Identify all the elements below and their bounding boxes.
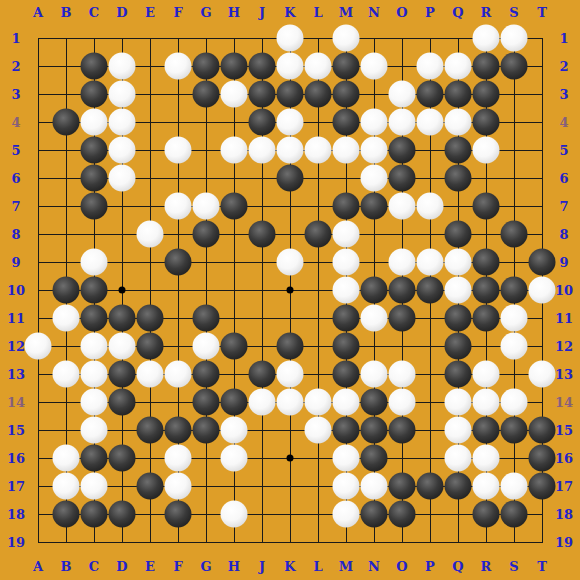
col-label-bottom-R: R bbox=[481, 560, 492, 573]
stone-black-C7[interactable] bbox=[81, 193, 108, 220]
col-label-bottom-F: F bbox=[173, 560, 182, 573]
stone-black-Q17[interactable] bbox=[445, 473, 472, 500]
stone-black-K3[interactable] bbox=[277, 81, 304, 108]
stone-black-R7[interactable] bbox=[473, 193, 500, 220]
stone-black-L8[interactable] bbox=[305, 221, 332, 248]
stone-black-O10[interactable] bbox=[389, 277, 416, 304]
stone-white-P7[interactable] bbox=[417, 193, 444, 220]
stone-black-G8[interactable] bbox=[193, 221, 220, 248]
stone-white-M18[interactable] bbox=[333, 501, 360, 528]
stone-white-F17[interactable] bbox=[165, 473, 192, 500]
row-label-right-5: 5 bbox=[559, 144, 568, 157]
stone-white-N13[interactable] bbox=[361, 361, 388, 388]
stone-white-Q4[interactable] bbox=[445, 109, 472, 136]
stone-white-C15[interactable] bbox=[81, 417, 108, 444]
stone-black-N7[interactable] bbox=[361, 193, 388, 220]
stone-black-E17[interactable] bbox=[137, 473, 164, 500]
stone-black-T16[interactable] bbox=[529, 445, 556, 472]
stone-white-K2[interactable] bbox=[277, 53, 304, 80]
stone-white-R17[interactable] bbox=[473, 473, 500, 500]
stone-white-M5[interactable] bbox=[333, 137, 360, 164]
col-label-top-H: H bbox=[228, 6, 240, 19]
col-label-bottom-L: L bbox=[313, 560, 322, 573]
row-label-right-4: 4 bbox=[559, 116, 568, 129]
stone-white-B13[interactable] bbox=[53, 361, 80, 388]
row-label-left-9: 9 bbox=[11, 256, 20, 269]
stone-white-F7[interactable] bbox=[165, 193, 192, 220]
stone-white-S17[interactable] bbox=[501, 473, 528, 500]
stone-black-O15[interactable] bbox=[389, 417, 416, 444]
stone-black-C6[interactable] bbox=[81, 165, 108, 192]
stone-white-S14[interactable] bbox=[501, 389, 528, 416]
row-label-left-18: 18 bbox=[7, 508, 25, 521]
row-label-left-15: 15 bbox=[7, 424, 25, 437]
stone-black-D13[interactable] bbox=[109, 361, 136, 388]
stone-white-J5[interactable] bbox=[249, 137, 276, 164]
stone-white-B11[interactable] bbox=[53, 305, 80, 332]
stone-black-J2[interactable] bbox=[249, 53, 276, 80]
stone-white-S11[interactable] bbox=[501, 305, 528, 332]
col-label-top-A: A bbox=[33, 6, 43, 19]
stone-black-K6[interactable] bbox=[277, 165, 304, 192]
row-label-left-11: 11 bbox=[7, 312, 25, 325]
stone-black-R18[interactable] bbox=[473, 501, 500, 528]
col-label-bottom-Q: Q bbox=[452, 560, 463, 573]
col-label-bottom-N: N bbox=[368, 560, 380, 573]
stone-black-R10[interactable] bbox=[473, 277, 500, 304]
stone-black-K12[interactable] bbox=[277, 333, 304, 360]
stone-black-C5[interactable] bbox=[81, 137, 108, 164]
stone-white-Q9[interactable] bbox=[445, 249, 472, 276]
stone-white-S1[interactable] bbox=[501, 25, 528, 52]
row-label-right-9: 9 bbox=[559, 256, 568, 269]
stone-white-H15[interactable] bbox=[221, 417, 248, 444]
row-label-left-6: 6 bbox=[11, 172, 20, 185]
stone-white-G7[interactable] bbox=[193, 193, 220, 220]
col-label-bottom-B: B bbox=[61, 560, 72, 573]
stone-white-A12[interactable] bbox=[25, 333, 52, 360]
stone-black-C18[interactable] bbox=[81, 501, 108, 528]
stone-black-G15[interactable] bbox=[193, 417, 220, 444]
stone-black-N18[interactable] bbox=[361, 501, 388, 528]
stone-white-N5[interactable] bbox=[361, 137, 388, 164]
stone-black-O5[interactable] bbox=[389, 137, 416, 164]
stone-white-D12[interactable] bbox=[109, 333, 136, 360]
stone-white-P4[interactable] bbox=[417, 109, 444, 136]
row-label-right-15: 15 bbox=[555, 424, 573, 437]
stone-white-K13[interactable] bbox=[277, 361, 304, 388]
stone-black-M15[interactable] bbox=[333, 417, 360, 444]
col-label-top-P: P bbox=[425, 6, 435, 19]
row-label-left-2: 2 bbox=[11, 60, 20, 73]
col-label-top-S: S bbox=[509, 6, 518, 19]
col-label-top-B: B bbox=[61, 6, 72, 19]
col-label-bottom-C: C bbox=[89, 560, 99, 573]
col-label-top-J: J bbox=[259, 6, 265, 19]
stone-white-L14[interactable] bbox=[305, 389, 332, 416]
stone-white-M14[interactable] bbox=[333, 389, 360, 416]
stone-black-N14[interactable] bbox=[361, 389, 388, 416]
stone-white-O4[interactable] bbox=[389, 109, 416, 136]
stone-white-Q16[interactable] bbox=[445, 445, 472, 472]
stone-white-O7[interactable] bbox=[389, 193, 416, 220]
stone-black-D18[interactable] bbox=[109, 501, 136, 528]
stone-black-R3[interactable] bbox=[473, 81, 500, 108]
row-label-left-4: 4 bbox=[11, 116, 20, 129]
stone-white-M16[interactable] bbox=[333, 445, 360, 472]
grid-line-h-19 bbox=[38, 542, 543, 543]
stone-black-M4[interactable] bbox=[333, 109, 360, 136]
stone-black-E12[interactable] bbox=[137, 333, 164, 360]
row-label-left-17: 17 bbox=[7, 480, 25, 493]
stone-black-N15[interactable] bbox=[361, 417, 388, 444]
col-label-top-F: F bbox=[173, 6, 182, 19]
stone-white-K5[interactable] bbox=[277, 137, 304, 164]
col-label-bottom-M: M bbox=[339, 560, 353, 573]
row-label-right-18: 18 bbox=[555, 508, 573, 521]
stone-black-P10[interactable] bbox=[417, 277, 444, 304]
stone-white-T13[interactable] bbox=[529, 361, 556, 388]
stone-white-O13[interactable] bbox=[389, 361, 416, 388]
stone-white-M8[interactable] bbox=[333, 221, 360, 248]
row-label-right-14: 14 bbox=[555, 396, 573, 409]
col-label-top-N: N bbox=[368, 6, 380, 19]
stone-black-S15[interactable] bbox=[501, 417, 528, 444]
stone-white-N17[interactable] bbox=[361, 473, 388, 500]
row-label-right-16: 16 bbox=[555, 452, 573, 465]
stone-black-Q13[interactable] bbox=[445, 361, 472, 388]
stone-white-O9[interactable] bbox=[389, 249, 416, 276]
row-label-right-3: 3 bbox=[559, 88, 568, 101]
row-label-right-10: 10 bbox=[555, 284, 573, 297]
stone-black-F9[interactable] bbox=[165, 249, 192, 276]
stone-black-C2[interactable] bbox=[81, 53, 108, 80]
stone-white-H5[interactable] bbox=[221, 137, 248, 164]
stone-white-M9[interactable] bbox=[333, 249, 360, 276]
col-label-top-T: T bbox=[537, 6, 547, 19]
col-label-top-M: M bbox=[339, 6, 353, 19]
stone-white-Q14[interactable] bbox=[445, 389, 472, 416]
stone-black-M11[interactable] bbox=[333, 305, 360, 332]
row-label-left-10: 10 bbox=[7, 284, 25, 297]
stone-black-M2[interactable] bbox=[333, 53, 360, 80]
col-label-top-E: E bbox=[145, 6, 155, 19]
stone-black-S8[interactable] bbox=[501, 221, 528, 248]
stone-black-D11[interactable] bbox=[109, 305, 136, 332]
stone-black-L3[interactable] bbox=[305, 81, 332, 108]
stone-white-T10[interactable] bbox=[529, 277, 556, 304]
stone-white-N2[interactable] bbox=[361, 53, 388, 80]
stone-white-K9[interactable] bbox=[277, 249, 304, 276]
stone-white-H18[interactable] bbox=[221, 501, 248, 528]
col-label-bottom-A: A bbox=[33, 560, 43, 573]
stone-white-B16[interactable] bbox=[53, 445, 80, 472]
col-label-top-C: C bbox=[89, 6, 99, 19]
col-label-top-K: K bbox=[284, 6, 295, 19]
stone-black-F18[interactable] bbox=[165, 501, 192, 528]
col-label-top-O: O bbox=[396, 6, 407, 19]
row-label-left-8: 8 bbox=[11, 228, 20, 241]
stone-black-C16[interactable] bbox=[81, 445, 108, 472]
stone-white-F16[interactable] bbox=[165, 445, 192, 472]
stone-white-D3[interactable] bbox=[109, 81, 136, 108]
stone-black-S10[interactable] bbox=[501, 277, 528, 304]
stone-white-K1[interactable] bbox=[277, 25, 304, 52]
star-point-K10 bbox=[287, 287, 294, 294]
stone-black-R9[interactable] bbox=[473, 249, 500, 276]
stone-black-J13[interactable] bbox=[249, 361, 276, 388]
stone-black-N16[interactable] bbox=[361, 445, 388, 472]
row-label-left-14: 14 bbox=[7, 396, 25, 409]
stone-black-H12[interactable] bbox=[221, 333, 248, 360]
stone-white-C12[interactable] bbox=[81, 333, 108, 360]
stone-black-O6[interactable] bbox=[389, 165, 416, 192]
stone-white-D5[interactable] bbox=[109, 137, 136, 164]
stone-black-G3[interactable] bbox=[193, 81, 220, 108]
row-label-right-12: 12 bbox=[555, 340, 573, 353]
stone-black-R2[interactable] bbox=[473, 53, 500, 80]
stone-white-Q15[interactable] bbox=[445, 417, 472, 444]
stone-black-P3[interactable] bbox=[417, 81, 444, 108]
stone-black-J3[interactable] bbox=[249, 81, 276, 108]
stone-white-O14[interactable] bbox=[389, 389, 416, 416]
stone-black-B18[interactable] bbox=[53, 501, 80, 528]
row-label-right-8: 8 bbox=[559, 228, 568, 241]
stone-black-J4[interactable] bbox=[249, 109, 276, 136]
stone-white-R1[interactable] bbox=[473, 25, 500, 52]
col-label-bottom-P: P bbox=[425, 560, 435, 573]
stone-white-G12[interactable] bbox=[193, 333, 220, 360]
stone-black-G11[interactable] bbox=[193, 305, 220, 332]
stone-white-N11[interactable] bbox=[361, 305, 388, 332]
col-label-top-D: D bbox=[116, 6, 127, 19]
col-label-bottom-E: E bbox=[145, 560, 155, 573]
stone-white-J14[interactable] bbox=[249, 389, 276, 416]
stone-black-H7[interactable] bbox=[221, 193, 248, 220]
stone-black-M3[interactable] bbox=[333, 81, 360, 108]
stone-white-P9[interactable] bbox=[417, 249, 444, 276]
row-label-left-5: 5 bbox=[11, 144, 20, 157]
stone-black-O18[interactable] bbox=[389, 501, 416, 528]
grid-line-v-L bbox=[318, 38, 319, 543]
stone-white-D2[interactable] bbox=[109, 53, 136, 80]
stone-white-N4[interactable] bbox=[361, 109, 388, 136]
stone-black-T15[interactable] bbox=[529, 417, 556, 444]
stone-black-Q3[interactable] bbox=[445, 81, 472, 108]
row-label-right-2: 2 bbox=[559, 60, 568, 73]
stone-black-H2[interactable] bbox=[221, 53, 248, 80]
col-label-top-Q: Q bbox=[452, 6, 463, 19]
stone-white-P2[interactable] bbox=[417, 53, 444, 80]
stone-white-E8[interactable] bbox=[137, 221, 164, 248]
star-point-D10 bbox=[119, 287, 126, 294]
stone-black-Q11[interactable] bbox=[445, 305, 472, 332]
stone-white-R16[interactable] bbox=[473, 445, 500, 472]
stone-black-B4[interactable] bbox=[53, 109, 80, 136]
col-label-bottom-O: O bbox=[396, 560, 407, 573]
row-label-left-12: 12 bbox=[7, 340, 25, 353]
stone-black-M12[interactable] bbox=[333, 333, 360, 360]
row-label-right-11: 11 bbox=[555, 312, 573, 325]
row-label-right-17: 17 bbox=[555, 480, 573, 493]
stone-black-Q5[interactable] bbox=[445, 137, 472, 164]
stone-black-M7[interactable] bbox=[333, 193, 360, 220]
stone-white-M10[interactable] bbox=[333, 277, 360, 304]
stone-white-H16[interactable] bbox=[221, 445, 248, 472]
col-label-bottom-G: G bbox=[200, 560, 211, 573]
go-board[interactable]: AABBCCDDEEFFGGHHJJKKLLMMNNOOPPQQRRSSTT11… bbox=[0, 0, 580, 580]
stone-black-R11[interactable] bbox=[473, 305, 500, 332]
stone-black-C11[interactable] bbox=[81, 305, 108, 332]
stone-white-K14[interactable] bbox=[277, 389, 304, 416]
stone-white-E13[interactable] bbox=[137, 361, 164, 388]
row-label-left-7: 7 bbox=[11, 200, 20, 213]
stone-white-R14[interactable] bbox=[473, 389, 500, 416]
stone-black-Q12[interactable] bbox=[445, 333, 472, 360]
stone-white-R13[interactable] bbox=[473, 361, 500, 388]
row-label-right-13: 13 bbox=[555, 368, 573, 381]
stone-black-S2[interactable] bbox=[501, 53, 528, 80]
stone-white-F5[interactable] bbox=[165, 137, 192, 164]
stone-white-L2[interactable] bbox=[305, 53, 332, 80]
stone-black-T9[interactable] bbox=[529, 249, 556, 276]
col-label-top-L: L bbox=[313, 6, 322, 19]
stone-black-R15[interactable] bbox=[473, 417, 500, 444]
row-label-left-13: 13 bbox=[7, 368, 25, 381]
row-label-left-19: 19 bbox=[7, 536, 25, 549]
row-label-right-1: 1 bbox=[559, 32, 568, 45]
stone-black-Q6[interactable] bbox=[445, 165, 472, 192]
stone-white-Q10[interactable] bbox=[445, 277, 472, 304]
stone-white-M1[interactable] bbox=[333, 25, 360, 52]
row-label-left-16: 16 bbox=[7, 452, 25, 465]
stone-white-O3[interactable] bbox=[389, 81, 416, 108]
stone-black-G2[interactable] bbox=[193, 53, 220, 80]
col-label-bottom-S: S bbox=[509, 560, 518, 573]
stone-white-H3[interactable] bbox=[221, 81, 248, 108]
stone-black-O11[interactable] bbox=[389, 305, 416, 332]
stone-white-Q2[interactable] bbox=[445, 53, 472, 80]
col-label-bottom-K: K bbox=[284, 560, 295, 573]
stone-black-E15[interactable] bbox=[137, 417, 164, 444]
row-label-left-3: 3 bbox=[11, 88, 20, 101]
stone-black-N10[interactable] bbox=[361, 277, 388, 304]
stone-white-L5[interactable] bbox=[305, 137, 332, 164]
stone-white-C9[interactable] bbox=[81, 249, 108, 276]
stone-black-O17[interactable] bbox=[389, 473, 416, 500]
stone-black-P17[interactable] bbox=[417, 473, 444, 500]
col-label-bottom-H: H bbox=[228, 560, 240, 573]
stone-white-F13[interactable] bbox=[165, 361, 192, 388]
stone-black-F15[interactable] bbox=[165, 417, 192, 444]
stone-black-S18[interactable] bbox=[501, 501, 528, 528]
row-label-right-7: 7 bbox=[559, 200, 568, 213]
stone-black-J8[interactable] bbox=[249, 221, 276, 248]
stone-black-M13[interactable] bbox=[333, 361, 360, 388]
stone-black-C3[interactable] bbox=[81, 81, 108, 108]
stone-white-C13[interactable] bbox=[81, 361, 108, 388]
stone-black-B10[interactable] bbox=[53, 277, 80, 304]
stone-white-B17[interactable] bbox=[53, 473, 80, 500]
stone-white-F2[interactable] bbox=[165, 53, 192, 80]
stone-black-T17[interactable] bbox=[529, 473, 556, 500]
row-label-right-6: 6 bbox=[559, 172, 568, 185]
stone-black-D16[interactable] bbox=[109, 445, 136, 472]
stone-black-G13[interactable] bbox=[193, 361, 220, 388]
col-label-bottom-D: D bbox=[116, 560, 127, 573]
col-label-bottom-T: T bbox=[537, 560, 547, 573]
stone-black-R4[interactable] bbox=[473, 109, 500, 136]
stone-black-E11[interactable] bbox=[137, 305, 164, 332]
row-label-left-1: 1 bbox=[11, 32, 20, 45]
stone-white-C14[interactable] bbox=[81, 389, 108, 416]
stone-white-D4[interactable] bbox=[109, 109, 136, 136]
stone-white-R5[interactable] bbox=[473, 137, 500, 164]
col-label-top-R: R bbox=[481, 6, 492, 19]
star-point-K16 bbox=[287, 455, 294, 462]
stone-black-H14[interactable] bbox=[221, 389, 248, 416]
stone-black-G14[interactable] bbox=[193, 389, 220, 416]
stone-black-Q8[interactable] bbox=[445, 221, 472, 248]
stone-white-N6[interactable] bbox=[361, 165, 388, 192]
stone-white-C4[interactable] bbox=[81, 109, 108, 136]
stone-white-K4[interactable] bbox=[277, 109, 304, 136]
col-label-top-G: G bbox=[200, 6, 211, 19]
stone-black-C10[interactable] bbox=[81, 277, 108, 304]
stone-white-D6[interactable] bbox=[109, 165, 136, 192]
stone-white-L15[interactable] bbox=[305, 417, 332, 444]
col-label-bottom-J: J bbox=[259, 560, 265, 573]
stone-black-D14[interactable] bbox=[109, 389, 136, 416]
stone-white-S12[interactable] bbox=[501, 333, 528, 360]
stone-white-M17[interactable] bbox=[333, 473, 360, 500]
stone-white-C17[interactable] bbox=[81, 473, 108, 500]
row-label-right-19: 19 bbox=[555, 536, 573, 549]
